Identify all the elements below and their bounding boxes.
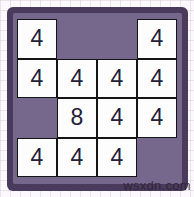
grid-cell[interactable]: 4	[137, 59, 177, 99]
empty-cell	[17, 98, 57, 138]
grid-cell[interactable]: 4	[17, 138, 57, 178]
grid-cell[interactable]: 4	[97, 138, 137, 178]
grid-cell[interactable]: 4	[57, 138, 97, 178]
page: 444444844444 wsxdn.com	[0, 0, 194, 197]
grid-cell[interactable]: 4	[137, 19, 177, 59]
grid-cell[interactable]: 4	[17, 19, 57, 59]
grid-cell[interactable]: 4	[97, 59, 137, 99]
grid-cell[interactable]: 8	[57, 98, 97, 138]
watermark: wsxdn.com	[123, 178, 191, 193]
empty-cell	[57, 19, 97, 59]
puzzle-board: 444444844444	[7, 7, 188, 191]
puzzle-grid: 444444844444	[17, 19, 177, 177]
grid-cell[interactable]: 4	[57, 59, 97, 99]
grid-cell[interactable]: 4	[17, 59, 57, 99]
grid-cell[interactable]: 4	[137, 98, 177, 138]
grid-cell[interactable]: 4	[97, 98, 137, 138]
empty-cell	[97, 19, 137, 59]
empty-cell	[137, 138, 177, 178]
